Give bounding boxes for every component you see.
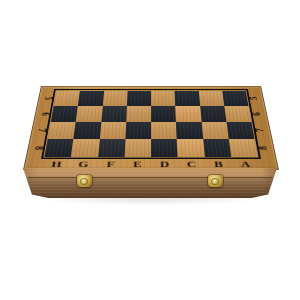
square-e7 <box>125 122 151 139</box>
square-d5 <box>151 91 175 106</box>
file-label-h: H <box>42 159 71 169</box>
brass-clasp-left-icon <box>77 175 92 187</box>
rank-label-right-6: 6 <box>246 110 273 118</box>
square-c6 <box>175 106 201 122</box>
file-label-a: A <box>231 159 260 169</box>
file-label-c: C <box>178 159 206 169</box>
rank-label-right-8: 8 <box>252 143 280 152</box>
square-f7 <box>99 122 126 139</box>
file-label-b: B <box>204 159 232 169</box>
square-c8 <box>177 139 204 157</box>
square-c5 <box>175 91 200 106</box>
rank-label-right-7: 7 <box>249 126 276 135</box>
square-b7 <box>201 122 228 139</box>
rank-label-left-5: 5 <box>33 94 59 102</box>
square-f5 <box>102 91 127 106</box>
file-label-d: D <box>151 159 178 169</box>
square-b8 <box>203 139 231 157</box>
square-d7 <box>151 122 177 139</box>
rank-label-left-7: 7 <box>26 126 53 135</box>
square-e8 <box>124 139 151 157</box>
product-photo: HGFEDCBA 5678 5678 <box>0 0 300 300</box>
file-label-g: G <box>69 159 97 169</box>
brass-clasp-right-icon <box>208 175 223 187</box>
rank-label-left-6: 6 <box>30 110 57 118</box>
square-g6 <box>76 106 103 122</box>
square-c7 <box>176 122 203 139</box>
chess-box-lid: HGFEDCBA 5678 5678 <box>23 86 279 170</box>
rank-labels-right: 5678 <box>248 91 274 157</box>
rank-label-left-8: 8 <box>22 143 50 152</box>
square-g7 <box>73 122 100 139</box>
file-label-e: E <box>124 159 151 169</box>
rank-label-right-5: 5 <box>243 94 269 102</box>
square-f8 <box>98 139 125 157</box>
square-d6 <box>151 106 176 122</box>
file-labels: HGFEDCBA <box>42 159 260 169</box>
file-label-f: F <box>97 159 125 169</box>
box-front-face <box>23 168 277 198</box>
square-b6 <box>200 106 227 122</box>
square-g8 <box>71 139 99 157</box>
square-e5 <box>127 91 151 106</box>
square-f6 <box>101 106 127 122</box>
lid-seam <box>28 177 272 178</box>
square-g5 <box>78 91 104 106</box>
square-d8 <box>151 139 178 157</box>
chess-board <box>44 91 257 157</box>
square-b5 <box>198 91 224 106</box>
square-e6 <box>126 106 151 122</box>
